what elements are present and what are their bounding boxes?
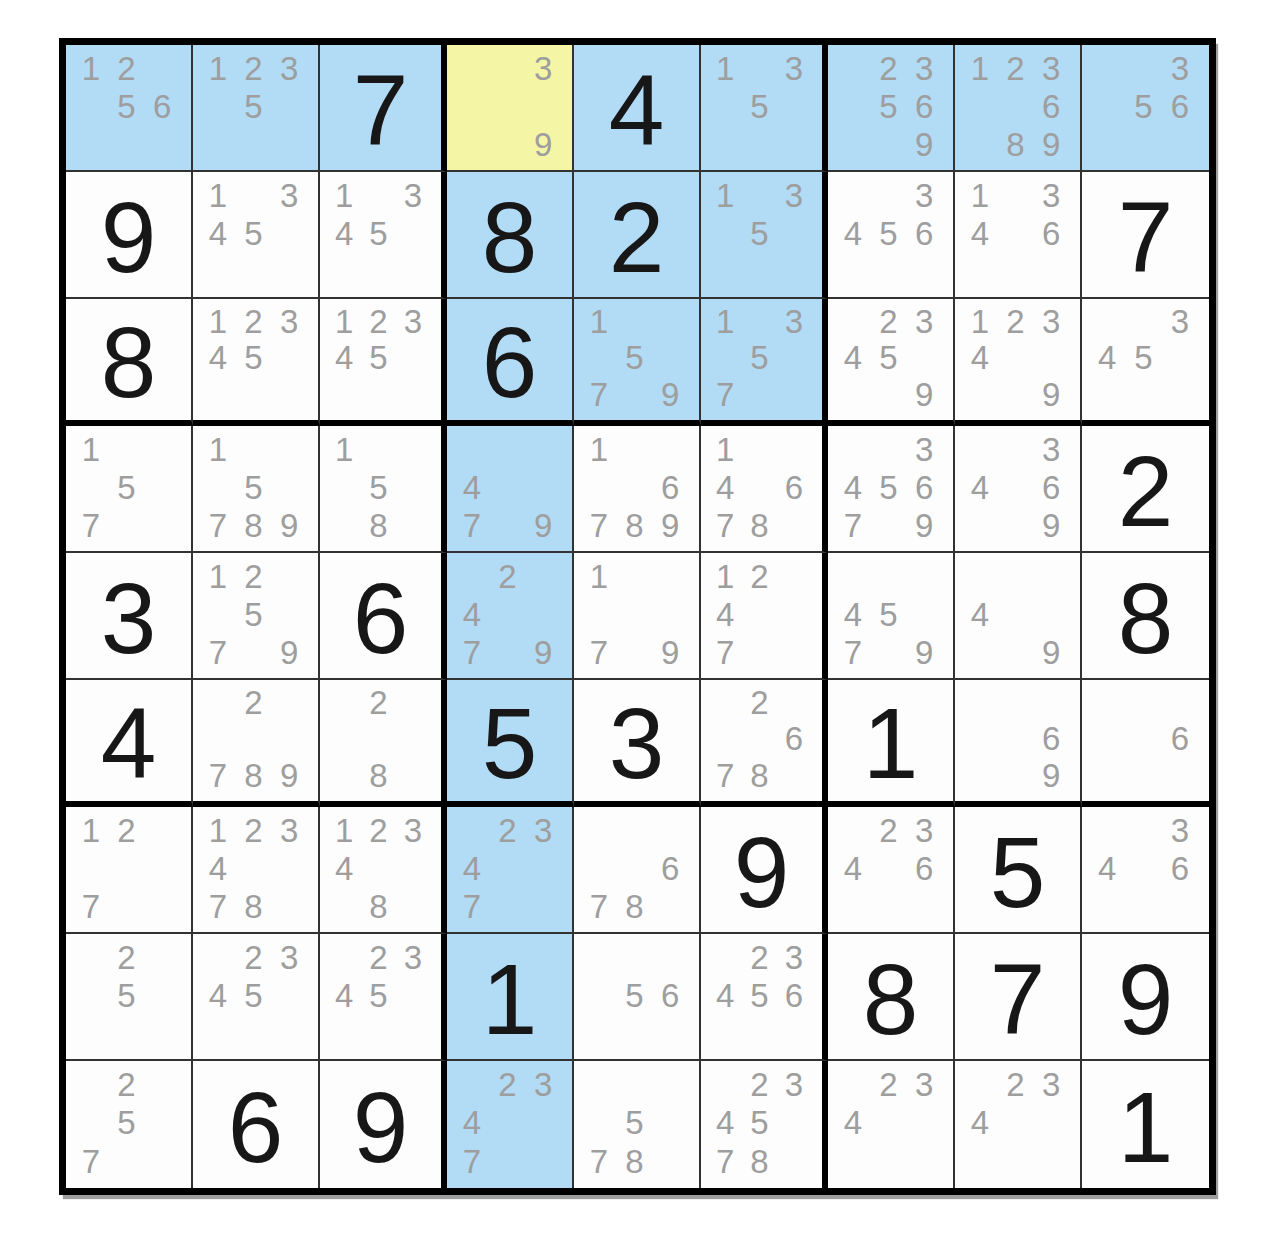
cell-r8c7[interactable]: 8 [828, 934, 955, 1061]
candidate-5: 5 [871, 214, 907, 252]
pencil-marks: 15789 [200, 430, 307, 544]
candidate-7 [200, 125, 236, 163]
cell-r7c2[interactable]: 123478 [193, 807, 320, 934]
pencil-marks: 356 [1089, 49, 1198, 163]
cell-r7c4[interactable]: 2347 [447, 807, 574, 934]
candidate-9 [1162, 376, 1198, 413]
pencil-marks: 257 [73, 1065, 180, 1181]
candidate-6 [777, 595, 811, 633]
candidate-6 [1033, 595, 1069, 633]
cell-r4c3[interactable]: 158 [320, 426, 447, 553]
candidate-9 [525, 1142, 561, 1181]
cell-value: 6 [228, 1077, 284, 1177]
cell-r5c9[interactable]: 8 [1082, 553, 1209, 680]
cell-r6c3[interactable]: 28 [320, 680, 447, 807]
cell-r4c4[interactable]: 479 [447, 426, 574, 553]
candidate-2 [490, 49, 526, 87]
cell-r3c6[interactable]: 1357 [701, 299, 828, 426]
candidate-2 [236, 430, 272, 468]
cell-r4c2[interactable]: 15789 [193, 426, 320, 553]
cell-r9c1[interactable]: 257 [66, 1061, 193, 1188]
cell-r6c4[interactable]: 5 [447, 680, 574, 807]
cell-r1c1[interactable]: 1256 [66, 45, 193, 172]
cell-r2c3[interactable]: 1345 [320, 172, 447, 299]
cell-r5c7[interactable]: 4579 [828, 553, 955, 680]
candidate-7 [962, 125, 998, 163]
candidate-1: 1 [200, 49, 236, 87]
candidate-6 [396, 976, 430, 1014]
pencil-marks: 4579 [835, 557, 942, 671]
candidate-4 [327, 721, 361, 758]
pencil-marks: 1345 [200, 176, 307, 290]
cell-r5c3[interactable]: 6 [320, 553, 447, 680]
candidate-4: 4 [200, 340, 236, 377]
candidate-7: 7 [200, 757, 236, 794]
candidate-8: 8 [361, 887, 395, 925]
cell-r2c4[interactable]: 8 [447, 172, 574, 299]
cell-r3c2[interactable]: 12345 [193, 299, 320, 426]
candidate-8 [617, 1014, 653, 1052]
cell-r3c3[interactable]: 12345 [320, 299, 447, 426]
pencil-marks: 1247 [708, 557, 811, 671]
cell-r1c3[interactable]: 7 [320, 45, 447, 172]
candidate-5: 5 [871, 595, 907, 633]
candidate-3 [652, 303, 688, 340]
candidate-8 [1125, 757, 1161, 794]
candidate-2: 2 [361, 811, 395, 849]
cell-r7c3[interactable]: 12348 [320, 807, 447, 934]
candidate-8 [1125, 887, 1161, 925]
candidate-8 [617, 633, 653, 671]
candidate-4 [73, 976, 109, 1014]
cell-r1c7[interactable]: 23569 [828, 45, 955, 172]
cell-r2c2[interactable]: 1345 [193, 172, 320, 299]
candidate-4 [708, 340, 742, 377]
candidate-6 [652, 595, 688, 633]
candidate-8: 8 [236, 506, 272, 544]
cell-r2c7[interactable]: 3456 [828, 172, 955, 299]
candidate-1 [835, 811, 871, 849]
candidate-9 [777, 1014, 811, 1052]
pencil-marks: 2345 [200, 938, 307, 1052]
candidate-7: 7 [73, 887, 109, 925]
candidate-1 [962, 1065, 998, 1104]
candidate-7: 7 [73, 1142, 109, 1181]
candidate-8 [490, 887, 526, 925]
candidate-1 [835, 49, 871, 87]
cell-r8c5[interactable]: 56 [574, 934, 701, 1061]
candidate-6: 6 [1162, 87, 1198, 125]
candidate-5 [361, 721, 395, 758]
cell-value: 3 [101, 568, 157, 668]
candidate-1: 1 [200, 430, 236, 468]
candidate-9 [396, 506, 430, 544]
candidate-3 [652, 430, 688, 468]
candidate-1 [200, 938, 236, 976]
pencil-marks: 1235 [200, 49, 307, 163]
candidate-5: 5 [361, 976, 395, 1014]
candidate-8 [998, 506, 1034, 544]
cell-r6c7[interactable]: 1 [828, 680, 955, 807]
cell-r8c6[interactable]: 23456 [701, 934, 828, 1061]
candidate-6: 6 [652, 976, 688, 1014]
cell-value: 3 [609, 693, 665, 793]
candidate-6: 6 [652, 468, 688, 506]
candidate-2: 2 [361, 938, 395, 976]
candidate-2: 2 [998, 303, 1034, 340]
candidate-7 [1089, 376, 1125, 413]
candidate-1: 1 [327, 176, 361, 214]
cell-r7c1[interactable]: 127 [66, 807, 193, 934]
pencil-marks: 23456 [708, 938, 811, 1052]
candidate-8 [742, 252, 776, 290]
cell-r6c5[interactable]: 3 [574, 680, 701, 807]
cell-value: 5 [482, 693, 538, 793]
candidate-8 [871, 252, 907, 290]
candidate-7 [835, 1142, 871, 1181]
candidate-2 [617, 938, 653, 976]
cell-r3c5[interactable]: 1579 [574, 299, 701, 426]
candidate-3 [906, 557, 942, 595]
cell-r6c6[interactable]: 2678 [701, 680, 828, 807]
candidate-5 [617, 849, 653, 887]
candidate-7: 7 [454, 1142, 490, 1181]
candidate-7 [73, 125, 109, 163]
candidate-8 [1125, 125, 1161, 163]
candidate-5 [998, 340, 1034, 377]
candidate-6 [271, 595, 307, 633]
candidate-6 [271, 976, 307, 1014]
candidate-5 [490, 595, 526, 633]
cell-r4c8[interactable]: 3469 [955, 426, 1082, 553]
candidate-5 [742, 721, 776, 758]
candidate-5: 5 [361, 340, 395, 377]
candidate-2: 2 [236, 49, 272, 87]
candidate-4 [708, 214, 742, 252]
candidate-3 [144, 1065, 180, 1104]
cell-r4c1[interactable]: 157 [66, 426, 193, 553]
candidate-8: 8 [361, 757, 395, 794]
candidate-9: 9 [906, 506, 942, 544]
cell-r5c6[interactable]: 1247 [701, 553, 828, 680]
candidate-2: 2 [490, 811, 526, 849]
cell-r1c5[interactable]: 4 [574, 45, 701, 172]
cell-r8c9[interactable]: 9 [1082, 934, 1209, 1061]
cell-r3c7[interactable]: 23459 [828, 299, 955, 426]
candidate-6 [144, 849, 180, 887]
candidate-5: 5 [236, 214, 272, 252]
cell-r9c4[interactable]: 2347 [447, 1061, 574, 1188]
cell-r7c5[interactable]: 678 [574, 807, 701, 934]
candidate-6: 6 [777, 468, 811, 506]
candidate-4 [73, 1104, 109, 1143]
cell-r1c6[interactable]: 135 [701, 45, 828, 172]
candidate-2: 2 [109, 811, 145, 849]
candidate-5: 5 [109, 468, 145, 506]
candidate-2 [742, 430, 776, 468]
candidate-5 [871, 849, 907, 887]
candidate-2: 2 [236, 557, 272, 595]
candidate-2: 2 [236, 303, 272, 340]
cell-r1c8[interactable]: 123689 [955, 45, 1082, 172]
candidate-3 [777, 430, 811, 468]
candidate-3 [271, 684, 307, 721]
candidate-2: 2 [109, 49, 145, 87]
candidate-9: 9 [906, 125, 942, 163]
cell-r9c9[interactable]: 1 [1082, 1061, 1209, 1188]
cell-r9c8[interactable]: 234 [955, 1061, 1082, 1188]
candidate-2 [617, 811, 653, 849]
candidate-7: 7 [581, 376, 617, 413]
cell-r3c4[interactable]: 6 [447, 299, 574, 426]
cell-r2c8[interactable]: 1346 [955, 172, 1082, 299]
candidate-9 [777, 633, 811, 671]
candidate-1 [962, 684, 998, 721]
cell-r9c6[interactable]: 234578 [701, 1061, 828, 1188]
candidate-5: 5 [361, 214, 395, 252]
candidate-4: 4 [200, 214, 236, 252]
cell-r1c9[interactable]: 356 [1082, 45, 1209, 172]
cell-r9c3[interactable]: 9 [320, 1061, 447, 1188]
pencil-marks: 234578 [708, 1065, 811, 1181]
candidate-5: 5 [236, 468, 272, 506]
cell-value: 2 [609, 187, 665, 287]
candidate-8 [998, 633, 1034, 671]
candidate-4 [581, 340, 617, 377]
candidate-1 [454, 49, 490, 87]
candidate-7 [327, 376, 361, 413]
candidate-8 [998, 1142, 1034, 1181]
candidate-9 [144, 1014, 180, 1052]
candidate-1: 1 [581, 557, 617, 595]
candidate-6 [144, 468, 180, 506]
cell-r8c2[interactable]: 2345 [193, 934, 320, 1061]
cell-r9c7[interactable]: 234 [828, 1061, 955, 1188]
cell-r9c2[interactable]: 6 [193, 1061, 320, 1188]
cell-r5c2[interactable]: 12579 [193, 553, 320, 680]
candidate-2 [1125, 303, 1161, 340]
cell-r6c9[interactable]: 6 [1082, 680, 1209, 807]
candidate-7: 7 [708, 757, 742, 794]
cell-r3c9[interactable]: 345 [1082, 299, 1209, 426]
candidate-3: 3 [906, 303, 942, 340]
candidate-3: 3 [777, 1065, 811, 1104]
candidate-1 [1089, 303, 1125, 340]
candidate-4: 4 [327, 976, 361, 1014]
cell-r2c9[interactable]: 7 [1082, 172, 1209, 299]
cell-r5c1[interactable]: 3 [66, 553, 193, 680]
cell-r2c5[interactable]: 2 [574, 172, 701, 299]
candidate-4 [581, 595, 617, 633]
pencil-marks: 345679 [835, 430, 942, 544]
cell-value: 7 [990, 949, 1046, 1049]
cell-r2c1[interactable]: 9 [66, 172, 193, 299]
cell-r2c6[interactable]: 135 [701, 172, 828, 299]
candidate-1: 1 [708, 557, 742, 595]
candidate-6: 6 [906, 214, 942, 252]
candidate-1: 1 [73, 49, 109, 87]
candidate-8 [871, 376, 907, 413]
cell-r6c8[interactable]: 69 [955, 680, 1082, 807]
candidate-7 [835, 376, 871, 413]
candidate-7 [200, 1014, 236, 1052]
cell-r5c5[interactable]: 179 [574, 553, 701, 680]
cell-r6c2[interactable]: 2789 [193, 680, 320, 807]
candidate-2 [490, 430, 526, 468]
candidate-9 [777, 757, 811, 794]
cell-r4c6[interactable]: 14678 [701, 426, 828, 553]
candidate-5: 5 [742, 1104, 776, 1143]
cell-r1c2[interactable]: 1235 [193, 45, 320, 172]
cell-value: 2 [1118, 441, 1174, 541]
candidate-9 [777, 376, 811, 413]
candidate-3: 3 [1162, 49, 1198, 87]
candidate-8 [742, 125, 776, 163]
candidate-8 [361, 376, 395, 413]
candidate-1: 1 [73, 430, 109, 468]
candidate-8: 8 [998, 125, 1034, 163]
cell-r8c4[interactable]: 1 [447, 934, 574, 1061]
candidate-7 [962, 252, 998, 290]
cell-r6c1[interactable]: 4 [66, 680, 193, 807]
pencil-marks: 2345 [327, 938, 430, 1052]
cell-r7c9[interactable]: 346 [1082, 807, 1209, 934]
pencil-marks: 158 [327, 430, 430, 544]
pencil-marks: 56 [581, 938, 688, 1052]
candidate-1 [708, 1065, 742, 1104]
candidate-4: 4 [1089, 849, 1125, 887]
cell-r3c1[interactable]: 8 [66, 299, 193, 426]
candidate-3: 3 [525, 811, 561, 849]
candidate-7: 7 [454, 506, 490, 544]
candidate-5 [1125, 721, 1161, 758]
candidate-4: 4 [835, 1104, 871, 1143]
candidate-7: 7 [708, 506, 742, 544]
candidate-9 [1162, 757, 1198, 794]
candidate-9 [525, 887, 561, 925]
candidate-3: 3 [271, 811, 307, 849]
candidate-7 [1089, 887, 1125, 925]
cell-r4c5[interactable]: 16789 [574, 426, 701, 553]
cell-r9c5[interactable]: 578 [574, 1061, 701, 1188]
candidate-1: 1 [962, 176, 998, 214]
candidate-7 [200, 252, 236, 290]
cell-r5c8[interactable]: 49 [955, 553, 1082, 680]
candidate-1 [327, 938, 361, 976]
candidate-8 [109, 1142, 145, 1181]
cell-r5c4[interactable]: 2479 [447, 553, 574, 680]
candidate-1: 1 [708, 176, 742, 214]
candidate-9 [271, 887, 307, 925]
candidate-9 [144, 506, 180, 544]
candidate-6 [652, 340, 688, 377]
candidate-9: 9 [906, 376, 942, 413]
cell-r7c6[interactable]: 9 [701, 807, 828, 934]
pencil-marks: 135 [708, 176, 811, 290]
cell-r4c9[interactable]: 2 [1082, 426, 1209, 553]
candidate-2: 2 [871, 303, 907, 340]
candidate-2 [871, 176, 907, 214]
cell-r8c1[interactable]: 25 [66, 934, 193, 1061]
candidate-7: 7 [581, 633, 617, 671]
candidate-4 [708, 721, 742, 758]
candidate-4: 4 [962, 468, 998, 506]
candidate-7: 7 [835, 506, 871, 544]
cell-r4c7[interactable]: 345679 [828, 426, 955, 553]
candidate-6: 6 [1162, 849, 1198, 887]
candidate-4: 4 [454, 468, 490, 506]
candidate-6 [525, 1104, 561, 1143]
candidate-3: 3 [271, 176, 307, 214]
candidate-5: 5 [1125, 340, 1161, 377]
candidate-2 [617, 1065, 653, 1104]
pencil-marks: 28 [327, 684, 430, 794]
candidate-8 [871, 633, 907, 671]
candidate-1 [454, 811, 490, 849]
candidate-6 [271, 849, 307, 887]
candidate-9: 9 [652, 376, 688, 413]
candidate-4 [581, 1104, 617, 1143]
candidate-6 [525, 595, 561, 633]
candidate-8 [490, 125, 526, 163]
candidate-7: 7 [73, 506, 109, 544]
candidate-6 [906, 1104, 942, 1143]
candidate-1 [327, 684, 361, 721]
candidate-1 [708, 684, 742, 721]
candidate-5: 5 [742, 340, 776, 377]
candidate-9 [1033, 1142, 1069, 1181]
candidate-2 [742, 49, 776, 87]
candidate-2: 2 [236, 684, 272, 721]
cell-r7c8[interactable]: 5 [955, 807, 1082, 934]
candidate-5 [490, 1104, 526, 1143]
candidate-9 [271, 376, 307, 413]
candidate-5 [490, 87, 526, 125]
cell-value: 8 [863, 949, 919, 1049]
cell-r1c4[interactable]: 39 [447, 45, 574, 172]
candidate-9 [396, 376, 430, 413]
cell-value: 4 [609, 60, 665, 160]
cell-r8c8[interactable]: 7 [955, 934, 1082, 1061]
candidate-8 [490, 1142, 526, 1181]
candidate-4: 4 [454, 849, 490, 887]
cell-value: 9 [101, 187, 157, 287]
cell-r8c3[interactable]: 2345 [320, 934, 447, 1061]
candidate-8 [109, 1014, 145, 1052]
candidate-1: 1 [73, 811, 109, 849]
candidate-9 [396, 1014, 430, 1052]
candidate-6: 6 [777, 721, 811, 758]
candidate-4 [73, 87, 109, 125]
candidate-9 [652, 887, 688, 925]
cell-r3c8[interactable]: 12349 [955, 299, 1082, 426]
candidate-4 [327, 468, 361, 506]
candidate-6 [525, 849, 561, 887]
candidate-1 [581, 811, 617, 849]
candidate-6 [652, 1104, 688, 1143]
candidate-3 [144, 49, 180, 87]
candidate-4: 4 [962, 340, 998, 377]
candidate-7 [1089, 125, 1125, 163]
pencil-marks: 678 [581, 811, 688, 925]
candidate-2: 2 [742, 1065, 776, 1104]
candidate-5: 5 [871, 87, 907, 125]
cell-r7c7[interactable]: 2346 [828, 807, 955, 934]
pencil-marks: 3456 [835, 176, 942, 290]
candidate-4 [581, 468, 617, 506]
candidate-9: 9 [1033, 506, 1069, 544]
candidate-8: 8 [617, 887, 653, 925]
